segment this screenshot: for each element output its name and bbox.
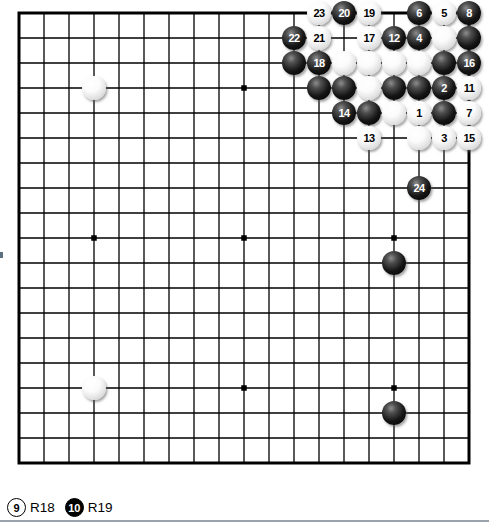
stone-number: 18 [313,58,324,69]
stone-T17: 16 [457,51,481,75]
stone-N18: 21 [307,26,331,50]
stone-T16: 11 [457,76,481,100]
stone-T19: 8 [457,1,481,25]
stone-P16 [357,76,381,100]
caption-stone-9-white-icon: 9 [7,498,26,517]
stone-Q17 [382,51,406,75]
stone-R19: 6 [407,1,431,25]
stone-O19: 20 [332,1,356,25]
stone-number: 24 [413,183,424,194]
go-board[interactable]: 232019658222117124181621114171331524 [0,0,489,489]
stone-M18: 22 [282,26,306,50]
stone-S15 [432,101,456,125]
stone-Q3 [382,401,406,425]
stone-number: 16 [463,58,474,69]
star-point-D10 [91,235,97,241]
stone-number: 15 [463,133,474,144]
stone-Q15 [382,101,406,125]
stone-Q9 [382,251,406,275]
stone-number: 21 [313,33,324,44]
stone-R14 [407,126,431,150]
caption-coord-10: R19 [88,500,119,515]
stone-number: 7 [466,108,472,119]
stone-P14: 13 [357,126,381,150]
stone-S17 [432,51,456,75]
stone-number: 20 [338,8,349,19]
stone-Q18: 12 [382,26,406,50]
stone-T15: 7 [457,101,481,125]
stone-number: 3 [441,133,447,144]
stone-number: 1 [416,108,422,119]
star-point-K4 [241,385,247,391]
stone-Q16 [382,76,406,100]
stone-number: 8 [466,8,472,19]
stone-N16 [307,76,331,100]
move-caption: 9 R18 10 R19 [7,496,119,519]
stone-number: 13 [363,133,374,144]
stone-R16 [407,76,431,100]
stone-P19: 19 [357,1,381,25]
caption-stone-10-black-icon: 10 [65,498,84,517]
stone-number: 14 [338,108,349,119]
caption-coord-9: R18 [30,500,61,515]
stone-number: 23 [313,8,324,19]
stone-N17: 18 [307,51,331,75]
stone-number: 17 [363,33,374,44]
stone-M17 [282,51,306,75]
bottom-divider [0,520,489,522]
stone-O15: 14 [332,101,356,125]
star-point-Q4 [391,385,397,391]
stone-P17 [357,51,381,75]
stone-R12: 24 [407,176,431,200]
stone-P15 [357,101,381,125]
left-edge-artifact [0,252,3,258]
stone-D16 [82,76,106,100]
stone-number: 5 [441,8,447,19]
stone-T18 [457,26,481,50]
stone-number: 22 [288,33,299,44]
stone-O16 [332,76,356,100]
stone-S16: 2 [432,76,456,100]
stone-N19: 23 [307,1,331,25]
stone-T14: 15 [457,126,481,150]
caption-stone-10-number: 10 [68,502,80,514]
stone-P18: 17 [357,26,381,50]
star-point-K16 [241,85,247,91]
stone-R18: 4 [407,26,431,50]
stone-R17 [407,51,431,75]
stone-number: 2 [441,83,447,94]
caption-stone-9-number: 9 [13,502,19,514]
stone-O17 [332,51,356,75]
stone-S19: 5 [432,1,456,25]
stone-S14: 3 [432,126,456,150]
stone-number: 19 [363,8,374,19]
stone-R15: 1 [407,101,431,125]
stone-D4 [82,376,106,400]
stone-number: 11 [464,83,475,94]
go-diagram-screen: 232019658222117124181621114171331524 9 R… [0,0,489,526]
stone-number: 6 [416,8,422,19]
star-point-Q10 [391,235,397,241]
stone-number: 12 [388,33,399,44]
stone-S18 [432,26,456,50]
star-point-K10 [241,235,247,241]
stone-number: 4 [416,33,422,44]
